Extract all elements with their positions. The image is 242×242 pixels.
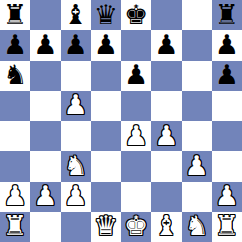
square-a1[interactable]: ♜ (0, 212, 30, 242)
square-a2[interactable]: ♟ (0, 182, 30, 212)
square-h6[interactable]: ♟ (212, 61, 242, 91)
square-e7[interactable] (121, 30, 151, 60)
square-c1[interactable] (61, 212, 91, 242)
square-h8[interactable]: ♜ (212, 0, 242, 30)
square-e8[interactable]: ♚ (121, 0, 151, 30)
white-knight[interactable]: ♞ (64, 152, 88, 179)
square-a5[interactable] (0, 91, 30, 121)
square-f2[interactable] (151, 182, 181, 212)
square-b5[interactable] (30, 91, 60, 121)
square-h7[interactable]: ♟ (212, 30, 242, 60)
square-d6[interactable] (91, 61, 121, 91)
white-pawn[interactable]: ♟ (154, 122, 178, 149)
black-pawn[interactable]: ♟ (94, 31, 118, 58)
white-pawn[interactable]: ♟ (215, 182, 239, 209)
square-c7[interactable]: ♟ (61, 30, 91, 60)
black-pawn[interactable]: ♟ (33, 31, 57, 58)
square-e3[interactable] (121, 151, 151, 181)
white-rook[interactable]: ♜ (3, 212, 27, 239)
square-b6[interactable] (30, 61, 60, 91)
square-b4[interactable] (30, 121, 60, 151)
square-d1[interactable]: ♛ (91, 212, 121, 242)
square-g8[interactable] (182, 0, 212, 30)
white-bishop[interactable]: ♝ (154, 212, 178, 239)
square-g2[interactable] (182, 182, 212, 212)
square-c8[interactable]: ♝ (61, 0, 91, 30)
square-c3[interactable]: ♞ (61, 151, 91, 181)
square-d7[interactable]: ♟ (91, 30, 121, 60)
square-a7[interactable]: ♟ (0, 30, 30, 60)
square-a4[interactable] (0, 121, 30, 151)
black-pawn[interactable]: ♟ (124, 61, 148, 88)
square-b2[interactable]: ♟ (30, 182, 60, 212)
black-rook[interactable]: ♜ (215, 1, 239, 28)
black-pawn[interactable]: ♟ (64, 31, 88, 58)
square-f3[interactable] (151, 151, 181, 181)
square-d3[interactable] (91, 151, 121, 181)
square-c5[interactable]: ♟ (61, 91, 91, 121)
black-pawn[interactable]: ♟ (215, 61, 239, 88)
white-pawn[interactable]: ♟ (64, 182, 88, 209)
square-f7[interactable]: ♟ (151, 30, 181, 60)
square-b7[interactable]: ♟ (30, 30, 60, 60)
square-f1[interactable]: ♝ (151, 212, 181, 242)
white-pawn[interactable]: ♟ (64, 91, 88, 118)
square-e4[interactable]: ♟ (121, 121, 151, 151)
square-a6[interactable]: ♞ (0, 61, 30, 91)
square-g6[interactable] (182, 61, 212, 91)
square-c4[interactable] (61, 121, 91, 151)
white-king[interactable]: ♚ (124, 212, 148, 239)
square-f6[interactable] (151, 61, 181, 91)
square-g5[interactable] (182, 91, 212, 121)
square-h1[interactable]: ♜ (212, 212, 242, 242)
white-pawn[interactable]: ♟ (185, 152, 209, 179)
square-f5[interactable] (151, 91, 181, 121)
square-e6[interactable]: ♟ (121, 61, 151, 91)
chess-board: ♜♝♛♚♜♟♟♟♟♟♟♞♟♟♟♟♟♞♟♟♟♟♟♜♛♚♝♞♜ (0, 0, 242, 242)
square-g4[interactable] (182, 121, 212, 151)
square-d4[interactable] (91, 121, 121, 151)
square-a8[interactable]: ♜ (0, 0, 30, 30)
square-d8[interactable]: ♛ (91, 0, 121, 30)
square-h3[interactable] (212, 151, 242, 181)
black-pawn[interactable]: ♟ (215, 31, 239, 58)
black-queen[interactable]: ♛ (94, 1, 118, 28)
white-queen[interactable]: ♛ (94, 212, 118, 239)
square-h5[interactable] (212, 91, 242, 121)
black-rook[interactable]: ♜ (3, 1, 27, 28)
black-bishop[interactable]: ♝ (64, 1, 88, 28)
white-pawn[interactable]: ♟ (3, 182, 27, 209)
black-pawn[interactable]: ♟ (154, 31, 178, 58)
square-f4[interactable]: ♟ (151, 121, 181, 151)
white-pawn[interactable]: ♟ (33, 182, 57, 209)
square-b1[interactable] (30, 212, 60, 242)
black-king[interactable]: ♚ (124, 1, 148, 28)
black-knight[interactable]: ♞ (3, 61, 27, 88)
square-g1[interactable]: ♞ (182, 212, 212, 242)
square-b8[interactable] (30, 0, 60, 30)
square-h2[interactable]: ♟ (212, 182, 242, 212)
white-rook[interactable]: ♜ (215, 212, 239, 239)
square-a3[interactable] (0, 151, 30, 181)
square-e2[interactable] (121, 182, 151, 212)
square-c2[interactable]: ♟ (61, 182, 91, 212)
square-h4[interactable] (212, 121, 242, 151)
square-d2[interactable] (91, 182, 121, 212)
white-pawn[interactable]: ♟ (124, 122, 148, 149)
square-d5[interactable] (91, 91, 121, 121)
square-f8[interactable] (151, 0, 181, 30)
square-e5[interactable] (121, 91, 151, 121)
square-g3[interactable]: ♟ (182, 151, 212, 181)
square-g7[interactable] (182, 30, 212, 60)
white-knight[interactable]: ♞ (185, 212, 209, 239)
black-pawn[interactable]: ♟ (3, 31, 27, 58)
square-e1[interactable]: ♚ (121, 212, 151, 242)
square-b3[interactable] (30, 151, 60, 181)
square-c6[interactable] (61, 61, 91, 91)
chess-board-window: ♜♝♛♚♜♟♟♟♟♟♟♞♟♟♟♟♟♞♟♟♟♟♟♜♛♚♝♞♜ (0, 0, 242, 242)
